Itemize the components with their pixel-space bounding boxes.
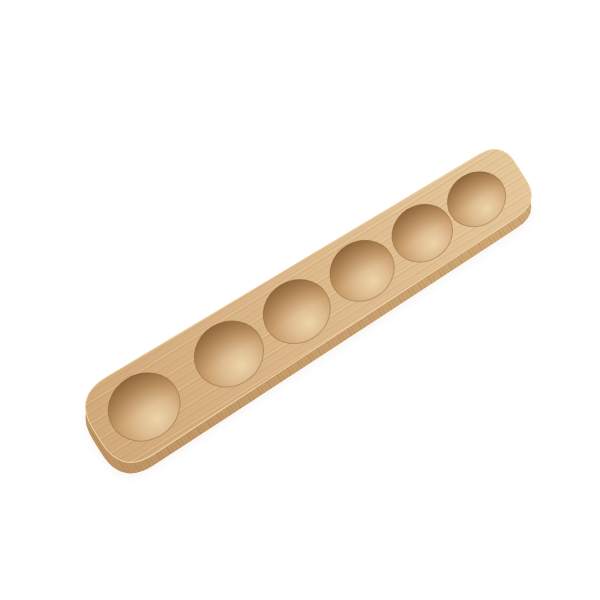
product-photo-stage bbox=[0, 0, 600, 600]
board-top-face bbox=[73, 133, 544, 474]
pit-row bbox=[95, 155, 519, 454]
board-canvas bbox=[0, 0, 600, 600]
